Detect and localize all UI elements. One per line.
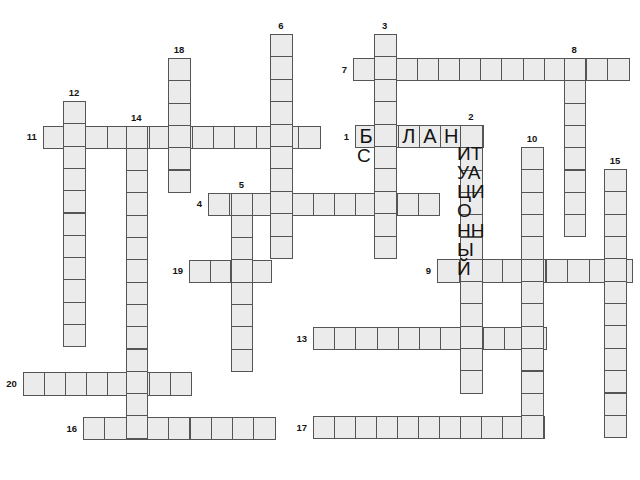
clue-number-2: 2 — [460, 111, 482, 122]
cell-15-1[interactable] — [604, 169, 627, 192]
cell-13-9[interactable] — [483, 327, 505, 350]
cell-14-2[interactable] — [126, 148, 149, 171]
cell-13-4[interactable] — [377, 327, 399, 350]
cell-14-4[interactable] — [126, 192, 149, 215]
clue-number-9: 9 — [403, 265, 431, 276]
cell-6-9[interactable] — [270, 213, 293, 236]
cell-3-10[interactable] — [374, 236, 397, 259]
cell-20-1[interactable] — [23, 372, 45, 396]
cell-9-6[interactable] — [546, 259, 569, 283]
overflow-letter-s: С — [357, 146, 371, 165]
cell-19-4[interactable] — [251, 260, 273, 283]
cell-10-2[interactable] — [521, 169, 544, 192]
cell-15-6[interactable] — [604, 281, 627, 304]
cell-10-9[interactable] — [521, 326, 544, 349]
cell-6-2[interactable] — [270, 56, 293, 79]
cell-16-4[interactable] — [147, 417, 169, 440]
cell-17-4[interactable] — [376, 416, 398, 439]
cell-19-2[interactable] — [210, 260, 232, 283]
cell-14-10[interactable] — [126, 326, 149, 349]
cell-6-3[interactable] — [270, 79, 293, 102]
cell-16-1[interactable] — [83, 417, 105, 440]
cell-11-13[interactable] — [298, 126, 320, 149]
cell-10-4[interactable] — [521, 214, 544, 237]
cell-3-9[interactable] — [374, 213, 397, 236]
cell-3-7[interactable] — [374, 168, 397, 191]
cell-14-12[interactable] — [126, 371, 149, 394]
cell-20-8[interactable] — [170, 372, 192, 396]
clue-number-1: 1 — [321, 131, 349, 142]
cell-15-7[interactable] — [604, 303, 627, 326]
cell-2-9[interactable] — [460, 303, 483, 326]
cell-2-12[interactable] — [460, 370, 483, 393]
cell-7-9[interactable] — [523, 58, 545, 81]
cell-7-12[interactable] — [586, 58, 608, 81]
cell-7-1[interactable] — [353, 58, 375, 81]
cell-4-10[interactable] — [397, 193, 419, 216]
clue-number-11: 11 — [9, 131, 37, 142]
overflow-word-2: ИТ УА ЦИ О НН Ы Й — [457, 144, 485, 279]
cell-5-6[interactable] — [231, 304, 253, 327]
cell-16-7[interactable] — [211, 417, 233, 440]
cell-7-3[interactable] — [395, 58, 417, 81]
cell-17-2[interactable] — [334, 416, 356, 439]
cell-18-1[interactable] — [168, 58, 191, 81]
cell-1-3[interactable]: Л — [398, 125, 420, 148]
clue-number-16: 16 — [49, 423, 77, 434]
cell-17-9[interactable] — [481, 416, 503, 439]
cell-8-4[interactable] — [564, 125, 587, 148]
clue-number-18: 18 — [168, 44, 190, 55]
cell-12-9[interactable] — [63, 279, 86, 302]
cell-5-5[interactable] — [231, 282, 253, 305]
cell-4-11[interactable] — [418, 193, 440, 216]
cell-3-6[interactable] — [374, 146, 397, 169]
cell-2-10[interactable] — [460, 326, 483, 349]
cell-17-8[interactable] — [460, 416, 482, 439]
cell-8-7[interactable] — [564, 192, 587, 215]
cell-12-5[interactable] — [63, 190, 86, 213]
cell-3-2[interactable] — [374, 56, 397, 79]
cell-11-10[interactable] — [234, 126, 256, 149]
cell-15-8[interactable] — [604, 325, 627, 348]
cell-10-10[interactable] — [521, 348, 544, 371]
cell-2-11[interactable] — [460, 348, 483, 371]
cell-8-1[interactable] — [564, 58, 587, 81]
cell-8-3[interactable] — [564, 103, 587, 126]
crossword-board: 1БАЛАН479111316171920235681012141518СИТ … — [0, 0, 640, 480]
cell-3-5[interactable] — [374, 124, 397, 147]
clue-number-13: 13 — [279, 333, 307, 344]
cell-16-6[interactable] — [190, 417, 212, 440]
cell-14-13[interactable] — [126, 393, 149, 416]
clue-number-19: 19 — [155, 265, 183, 276]
cell-18-6[interactable] — [168, 170, 191, 193]
cell-11-8[interactable] — [192, 126, 214, 149]
clue-number-14: 14 — [126, 112, 148, 123]
cell-15-2[interactable] — [604, 191, 627, 214]
cell-17-1[interactable] — [313, 416, 335, 439]
cell-7-13[interactable] — [607, 58, 629, 81]
cell-11-3[interactable] — [85, 126, 107, 149]
cell-7-6[interactable] — [459, 58, 481, 81]
cell-17-6[interactable] — [418, 416, 440, 439]
cell-19-1[interactable] — [189, 260, 211, 283]
cell-4-6[interactable] — [313, 193, 335, 216]
cell-15-3[interactable] — [604, 214, 627, 237]
cell-15-9[interactable] — [604, 348, 627, 371]
cell-3-4[interactable] — [374, 101, 397, 124]
clue-number-7: 7 — [319, 64, 347, 75]
cell-18-2[interactable] — [168, 80, 191, 103]
cell-20-2[interactable] — [44, 372, 66, 396]
cell-5-2[interactable] — [231, 215, 253, 238]
cell-15-4[interactable] — [604, 236, 627, 259]
cell-12-3[interactable] — [63, 146, 86, 169]
cell-14-11[interactable] — [126, 349, 149, 372]
cell-3-8[interactable] — [374, 191, 397, 214]
cell-4-3[interactable] — [250, 193, 272, 216]
cell-7-7[interactable] — [480, 58, 502, 81]
cell-14-3[interactable] — [126, 170, 149, 193]
cell-4-7[interactable] — [334, 193, 356, 216]
cell-11-9[interactable] — [213, 126, 235, 149]
cell-14-1[interactable] — [126, 126, 149, 149]
cell-10-8[interactable] — [521, 303, 544, 326]
cell-9-7[interactable] — [567, 259, 590, 283]
cell-15-12[interactable] — [604, 415, 627, 438]
cell-8-6[interactable] — [564, 170, 587, 193]
cell-12-11[interactable] — [63, 324, 86, 347]
cell-5-7[interactable] — [231, 326, 253, 349]
cell-5-3[interactable] — [231, 237, 253, 260]
cell-6-4[interactable] — [270, 101, 293, 124]
cell-17-5[interactable] — [397, 416, 419, 439]
cell-14-8[interactable] — [126, 282, 149, 305]
cell-20-3[interactable] — [65, 372, 87, 396]
cell-12-8[interactable] — [63, 257, 86, 280]
cell-14-7[interactable] — [126, 259, 149, 282]
cell-12-10[interactable] — [63, 302, 86, 325]
cell-16-2[interactable] — [104, 417, 126, 440]
cell-10-1[interactable] — [521, 147, 544, 170]
cell-13-1[interactable] — [313, 327, 335, 350]
cell-4-5[interactable] — [292, 193, 314, 216]
cell-14-14[interactable] — [126, 415, 149, 438]
cell-10-11[interactable] — [521, 371, 544, 394]
cell-6-5[interactable] — [270, 124, 293, 147]
cell-15-11[interactable] — [604, 393, 627, 416]
cell-7-5[interactable] — [438, 58, 460, 81]
cell-12-6[interactable] — [63, 213, 86, 236]
cell-17-7[interactable] — [439, 416, 461, 439]
cell-10-13[interactable] — [521, 415, 544, 438]
cell-3-3[interactable] — [374, 79, 397, 102]
cell-8-2[interactable] — [564, 80, 587, 103]
cell-10-7[interactable] — [521, 281, 544, 304]
cell-12-7[interactable] — [63, 235, 86, 258]
cell-8-5[interactable] — [564, 147, 587, 170]
cell-11-1[interactable] — [43, 126, 65, 149]
cell-18-4[interactable] — [168, 125, 191, 148]
cell-8-8[interactable] — [564, 214, 587, 237]
clue-number-4: 4 — [174, 198, 202, 209]
clue-number-20: 20 — [0, 378, 17, 389]
cell-6-6[interactable] — [270, 146, 293, 169]
cell-7-4[interactable] — [417, 58, 439, 81]
clue-number-12: 12 — [63, 87, 85, 98]
cell-12-4[interactable] — [63, 168, 86, 191]
clue-number-3: 3 — [374, 20, 396, 31]
cell-16-5[interactable] — [168, 417, 190, 440]
cell-20-4[interactable] — [86, 372, 108, 396]
cell-13-2[interactable] — [334, 327, 356, 350]
cell-5-1[interactable] — [231, 193, 253, 216]
cell-14-9[interactable] — [126, 304, 149, 327]
cell-14-5[interactable] — [126, 215, 149, 238]
cell-17-3[interactable] — [355, 416, 377, 439]
cell-18-5[interactable] — [168, 147, 191, 170]
cell-10-5[interactable] — [521, 236, 544, 259]
cell-10-12[interactable] — [521, 393, 544, 416]
cell-1-4[interactable]: А — [419, 125, 441, 148]
cell-12-2[interactable] — [63, 123, 86, 146]
clue-number-8: 8 — [564, 44, 586, 55]
clue-number-5: 5 — [231, 179, 252, 190]
cell-16-8[interactable] — [232, 417, 254, 440]
cell-20-7[interactable] — [149, 372, 171, 396]
cell-18-3[interactable] — [168, 103, 191, 126]
cell-15-5[interactable] — [604, 258, 627, 281]
cell-10-3[interactable] — [521, 192, 544, 215]
cell-2-8[interactable] — [460, 281, 483, 304]
clue-number-10: 10 — [521, 133, 543, 144]
cell-12-1[interactable] — [63, 101, 86, 124]
cell-7-8[interactable] — [501, 58, 523, 81]
cell-6-10[interactable] — [270, 236, 293, 259]
clue-number-15: 15 — [604, 155, 626, 166]
cell-5-4[interactable] — [231, 259, 253, 282]
clue-number-6: 6 — [270, 20, 292, 31]
cell-13-3[interactable] — [355, 327, 377, 350]
cell-6-7[interactable] — [270, 168, 293, 191]
cell-6-8[interactable] — [270, 191, 293, 214]
cell-3-1[interactable] — [374, 34, 397, 57]
cell-16-9[interactable] — [253, 417, 275, 440]
cell-13-6[interactable] — [419, 327, 441, 350]
cell-13-5[interactable] — [398, 327, 420, 350]
cell-4-1[interactable] — [208, 193, 230, 216]
cell-5-8[interactable] — [231, 349, 253, 372]
cell-15-10[interactable] — [604, 370, 627, 393]
clue-number-17: 17 — [279, 422, 307, 433]
cell-14-6[interactable] — [126, 237, 149, 260]
cell-10-6[interactable] — [521, 259, 544, 282]
cell-6-1[interactable] — [270, 34, 293, 57]
